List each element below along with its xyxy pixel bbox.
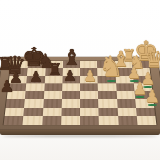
piece-black-bishop[interactable]: ♝ <box>62 47 82 69</box>
piece-black-pawn[interactable]: ♟ <box>29 70 42 85</box>
felt-base <box>148 104 157 107</box>
photo-scene: ♜♚♛♞♜♝♟♟♟♟♞♝♜♞♚♛♟♟♟♟♟ <box>0 0 160 160</box>
piece-white-pawn[interactable]: ♟ <box>83 69 96 84</box>
piece-white-queen[interactable]: ♛ <box>144 48 160 71</box>
piece-black-pawn[interactable]: ♟ <box>0 79 14 95</box>
pieces-layer: ♜♚♛♞♜♝♟♟♟♟♞♝♜♞♚♛♟♟♟♟♟ <box>0 0 160 160</box>
felt-base <box>106 80 115 83</box>
felt-base <box>136 96 145 99</box>
piece-white-pawn[interactable]: ♟ <box>144 88 159 105</box>
piece-black-rook[interactable]: ♜ <box>48 62 62 78</box>
piece-black-pawn[interactable]: ♟ <box>63 69 76 84</box>
